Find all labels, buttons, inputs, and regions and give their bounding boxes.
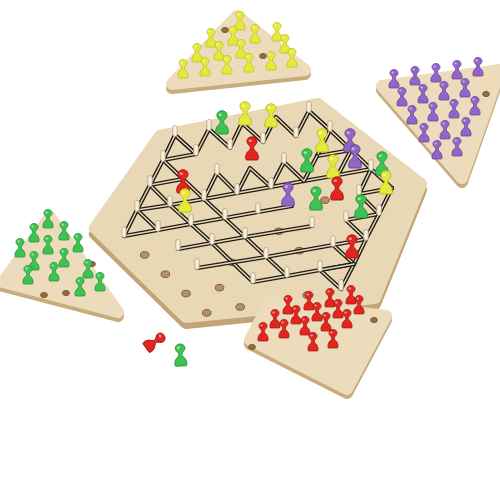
loose-peg-red[interactable] [143, 330, 168, 353]
tray-peg-red-highlight [356, 298, 359, 300]
board-peg-yellow-highlight [383, 173, 386, 176]
anchor-pin[interactable] [310, 217, 314, 228]
tray-peg-yellow-highlight [282, 37, 285, 39]
tray-peg-purple-highlight [430, 105, 433, 107]
anchor-pin[interactable] [285, 267, 289, 278]
tray-peg-green-highlight [61, 251, 64, 253]
board-peg-red-highlight [180, 172, 183, 175]
anchor-pin[interactable] [377, 205, 381, 216]
tray-peg-red-highlight [314, 305, 317, 307]
anchor-pin[interactable] [202, 190, 206, 201]
scene-canvas [0, 0, 500, 500]
tray-peg-purple-highlight [409, 108, 412, 110]
board-peg-yellow-highlight [182, 191, 185, 194]
tray-peg-green-highlight [75, 236, 78, 238]
board-peg-yellow-highlight [319, 131, 322, 134]
tray-peg-green-highlight [45, 212, 48, 214]
tray-peg-red-highlight [293, 308, 296, 310]
board-peg-red-highlight [334, 179, 337, 182]
anchor-pin[interactable] [282, 153, 286, 164]
anchor-pin[interactable] [176, 240, 180, 251]
tray-peg-green-highlight [25, 268, 28, 270]
tray-peg-red-highlight [344, 312, 347, 314]
tray-peg-green-highlight [51, 265, 54, 267]
tray-peg-red-highlight [272, 312, 275, 314]
board-peg-purple-highlight [347, 131, 350, 134]
red-tray-hole [371, 317, 378, 322]
anchor-pin[interactable] [215, 164, 219, 175]
board-peg-green-highlight [219, 113, 222, 116]
tray-peg-yellow-highlight [180, 62, 183, 64]
tray-peg-red-highlight [306, 294, 309, 296]
anchor-pin[interactable] [339, 280, 343, 291]
tray-peg-yellow-highlight [289, 51, 292, 53]
anchor-pin[interactable] [357, 185, 361, 196]
anchor-pin[interactable] [223, 209, 227, 220]
tray-peg-green-highlight [31, 254, 34, 256]
anchor-pin[interactable] [318, 261, 322, 272]
tray-peg-purple-highlight [434, 143, 437, 145]
tray-peg-yellow-highlight [230, 29, 233, 31]
anchor-pin[interactable] [189, 215, 193, 226]
anchor-pin[interactable] [269, 178, 273, 189]
tray-peg-purple-highlight [412, 69, 415, 71]
tray-peg-purple-highlight [399, 90, 402, 92]
tray-peg-red-highlight [310, 335, 313, 337]
tray-peg-yellow-highlight [202, 60, 205, 62]
board-hole[interactable] [161, 271, 170, 278]
tray-peg-yellow-highlight [252, 27, 255, 29]
board-peg-yellow-highlight [330, 157, 333, 160]
board-peg-purple-highlight [285, 185, 288, 188]
tray-peg-red-highlight [348, 288, 351, 290]
tray-peg-red-highlight [302, 319, 305, 321]
board-hole[interactable] [236, 304, 245, 311]
anchor-pin[interactable] [331, 236, 335, 247]
tray-peg-green-highlight [61, 224, 64, 226]
anchor-pin[interactable] [264, 248, 268, 259]
tray-peg-purple-highlight [451, 102, 454, 104]
board-peg-red-highlight [349, 237, 352, 240]
anchor-pin[interactable] [195, 259, 199, 270]
anchor-pin[interactable] [294, 127, 298, 138]
tray-peg-yellow-highlight [208, 31, 211, 33]
board-peg-green-highlight [358, 197, 361, 200]
tray-peg-yellow-highlight [216, 44, 219, 46]
board-hole[interactable] [321, 197, 330, 204]
anchor-pin[interactable] [364, 230, 368, 241]
anchor-pin[interactable] [210, 234, 214, 245]
board-peg-red-highlight [249, 139, 252, 142]
tray-peg-yellow-highlight [268, 54, 271, 56]
yellow-tray-hole [222, 27, 229, 32]
tray-peg-green-highlight [45, 238, 48, 240]
product-photo-scene [0, 0, 500, 500]
tray-peg-purple-highlight [421, 126, 424, 128]
tray-peg-red-highlight [327, 291, 330, 293]
green-tray-hole [63, 290, 70, 295]
anchor-pin[interactable] [135, 201, 139, 212]
game-board [95, 102, 421, 324]
anchor-pin[interactable] [156, 221, 160, 232]
tray-peg-yellow-highlight [246, 56, 249, 58]
anchor-pin[interactable] [207, 120, 211, 131]
anchor-pin[interactable] [328, 121, 332, 132]
anchor-pin[interactable] [344, 211, 348, 222]
anchor-pin[interactable] [168, 196, 172, 207]
tray-peg-purple-highlight [420, 87, 423, 89]
board-hole[interactable] [215, 284, 224, 291]
tray-peg-red-highlight [335, 302, 338, 304]
tray-peg-purple-highlight [475, 60, 478, 62]
anchor-pin[interactable] [369, 160, 373, 171]
tray-peg-purple-highlight [442, 123, 445, 125]
loose-peg-green[interactable] [174, 344, 187, 367]
anchor-pin[interactable] [307, 102, 311, 113]
tray-peg-purple-highlight [462, 81, 465, 83]
tray-peg-red-highlight [323, 315, 326, 317]
tray-peg-green-highlight [31, 226, 34, 228]
tray-peg-green-highlight [17, 241, 20, 243]
tray-peg-red-highlight [281, 322, 284, 324]
anchor-pin[interactable] [148, 176, 152, 187]
tray-peg-green-highlight [85, 262, 88, 264]
green-tray-hole [41, 292, 48, 297]
tray-peg-yellow-highlight [237, 14, 240, 16]
board-peg-yellow-highlight [242, 104, 245, 107]
anchor-pin[interactable] [161, 151, 165, 162]
board-peg-purple-highlight [352, 147, 355, 150]
anchor-pin[interactable] [173, 126, 177, 137]
tray-peg-red-highlight [330, 332, 333, 334]
tray-peg-green-highlight [97, 275, 100, 277]
anchor-pin[interactable] [243, 228, 247, 239]
board-peg-green-highlight [379, 154, 382, 157]
tray-peg-purple-highlight [433, 66, 436, 68]
tray-peg-red-highlight [285, 298, 288, 300]
anchor-pin[interactable] [235, 184, 239, 195]
yellow-tray [172, 11, 305, 88]
anchor-pin[interactable] [122, 227, 126, 238]
tray-peg-purple-highlight [463, 120, 466, 122]
anchor-pin[interactable] [194, 145, 198, 156]
anchor-pin[interactable] [261, 133, 265, 144]
tray-peg-red-highlight [260, 325, 263, 327]
yellow-tray-hole [260, 53, 267, 58]
anchor-pin[interactable] [228, 139, 232, 150]
board-peg-green-highlight [313, 189, 316, 192]
anchor-pin[interactable] [251, 273, 255, 284]
tray-peg-purple-highlight [472, 99, 475, 101]
tray-peg-green-highlight [77, 280, 80, 282]
board-hole[interactable] [202, 310, 211, 317]
red-tray-hole [249, 344, 256, 349]
tray-peg-purple-highlight [441, 84, 444, 86]
purple-tray-hole [483, 91, 490, 96]
tray-peg-yellow-highlight [194, 46, 197, 48]
tray-peg-yellow-highlight [224, 58, 227, 60]
tray-peg-yellow-highlight [238, 42, 241, 44]
board-peg-yellow-highlight [268, 106, 271, 109]
board-hole[interactable] [182, 290, 191, 297]
tray-peg-purple-highlight [454, 63, 457, 65]
tray-peg-yellow-highlight [274, 25, 277, 27]
board-peg-green-highlight [304, 151, 307, 154]
tray-peg-purple-highlight [391, 72, 394, 74]
board-hole[interactable] [140, 252, 149, 259]
tray-peg-purple-highlight [454, 140, 457, 142]
anchor-pin[interactable] [256, 203, 260, 214]
